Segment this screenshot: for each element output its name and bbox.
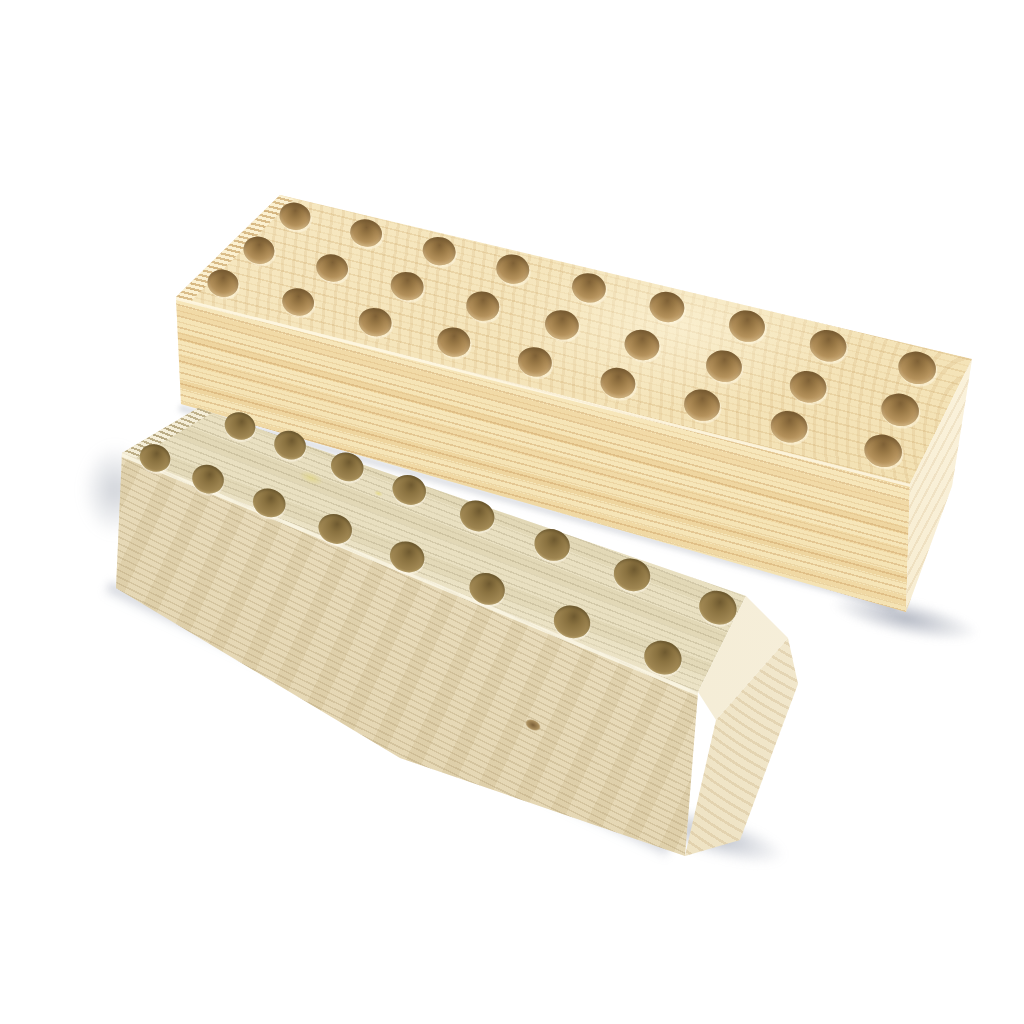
drilled-hole-small-r2c7 — [548, 600, 594, 643]
drilled-hole-small-r1c6 — [530, 524, 575, 566]
drilled-hole-small-r2c2 — [189, 460, 229, 497]
drilled-hole-small-r1c4 — [388, 471, 430, 510]
drilled-hole-small-r2c5 — [385, 537, 428, 578]
product-photo: Two pale pine wooden blocks with rows of… — [40, 16, 1024, 1024]
drilled-hole-small-r1c7 — [609, 554, 655, 597]
drilled-hole-small-r2c3 — [248, 484, 289, 522]
drilled-hole-small-r2c1 — [136, 440, 175, 476]
drilled-hole-small-r1c1 — [221, 408, 260, 444]
small-block-hole-grid — [40, 16, 1024, 1024]
drilled-hole-small-r2c6 — [464, 568, 509, 610]
drilled-hole-small-r1c8 — [694, 585, 742, 630]
drilled-hole-small-r1c3 — [327, 448, 368, 486]
drilled-hole-small-r2c8 — [639, 635, 687, 680]
drilled-hole-small-r1c2 — [270, 427, 310, 464]
drilled-hole-small-r2c4 — [314, 509, 356, 548]
drilled-hole-small-r1c5 — [455, 496, 498, 537]
